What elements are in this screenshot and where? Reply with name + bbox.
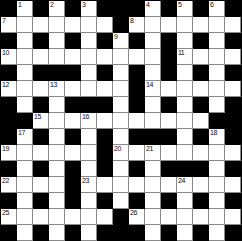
white-cell[interactable]: 7 <box>1 17 17 33</box>
white-cell[interactable] <box>177 113 193 129</box>
black-cell <box>145 129 161 145</box>
clue-number: 16 <box>82 113 89 121</box>
clue-number: 4 <box>146 1 149 9</box>
white-cell[interactable]: 20 <box>113 145 129 161</box>
white-cell[interactable] <box>49 225 65 241</box>
page: 1234567891011121314151617181920212223242… <box>0 0 242 241</box>
white-cell[interactable] <box>49 161 65 177</box>
black-cell <box>1 161 17 177</box>
black-cell <box>33 193 49 209</box>
white-cell[interactable] <box>49 177 65 193</box>
white-cell[interactable] <box>97 113 113 129</box>
white-cell[interactable] <box>49 49 65 65</box>
black-cell <box>113 1 129 17</box>
black-cell <box>97 145 113 161</box>
clue-number: 24 <box>178 177 185 185</box>
black-cell <box>193 161 209 177</box>
white-cell[interactable] <box>225 49 241 65</box>
clue-number: 26 <box>130 209 137 217</box>
white-cell[interactable] <box>97 81 113 97</box>
white-cell[interactable] <box>17 65 33 81</box>
black-cell <box>193 193 209 209</box>
black-cell <box>193 97 209 113</box>
white-cell[interactable]: 26 <box>129 209 145 225</box>
white-cell[interactable]: 11 <box>177 49 193 65</box>
white-cell[interactable] <box>193 17 209 33</box>
white-cell[interactable] <box>177 209 193 225</box>
black-cell <box>97 161 113 177</box>
clue-number: 22 <box>2 177 9 185</box>
white-cell[interactable] <box>193 145 209 161</box>
white-cell[interactable] <box>33 209 49 225</box>
black-cell <box>49 65 65 81</box>
white-cell[interactable] <box>81 145 97 161</box>
white-cell[interactable] <box>209 97 225 113</box>
black-cell <box>1 193 17 209</box>
black-cell <box>1 225 17 241</box>
black-cell <box>65 97 81 113</box>
white-cell[interactable] <box>81 225 97 241</box>
black-cell <box>177 161 193 177</box>
white-cell[interactable] <box>81 49 97 65</box>
black-cell <box>225 161 241 177</box>
clue-number: 2 <box>50 1 53 9</box>
black-cell <box>1 97 17 113</box>
white-cell[interactable] <box>33 145 49 161</box>
white-cell[interactable] <box>33 49 49 65</box>
white-cell[interactable] <box>113 161 129 177</box>
white-cell[interactable] <box>161 145 177 161</box>
clue-number: 7 <box>2 17 5 25</box>
white-cell[interactable] <box>97 49 113 65</box>
black-cell <box>97 65 113 81</box>
white-cell[interactable] <box>17 209 33 225</box>
white-cell[interactable] <box>97 17 113 33</box>
clue-number: 25 <box>2 209 9 217</box>
white-cell[interactable] <box>49 33 65 49</box>
white-cell[interactable] <box>209 161 225 177</box>
black-cell <box>209 113 225 129</box>
black-cell <box>33 1 49 17</box>
black-cell <box>161 65 177 81</box>
white-cell[interactable] <box>17 97 33 113</box>
white-cell[interactable]: 9 <box>113 33 129 49</box>
white-cell[interactable] <box>113 97 129 113</box>
white-cell[interactable] <box>129 145 145 161</box>
white-cell[interactable] <box>17 161 33 177</box>
white-cell[interactable] <box>65 49 81 65</box>
white-cell[interactable]: 5 <box>177 1 193 17</box>
white-cell[interactable] <box>49 209 65 225</box>
black-cell <box>97 225 113 241</box>
white-cell[interactable] <box>225 209 241 225</box>
white-cell[interactable] <box>49 129 65 145</box>
white-cell[interactable] <box>17 177 33 193</box>
white-cell[interactable] <box>209 33 225 49</box>
white-cell[interactable] <box>161 177 177 193</box>
white-cell[interactable] <box>81 65 97 81</box>
black-cell <box>161 97 177 113</box>
white-cell[interactable] <box>33 81 49 97</box>
white-cell[interactable] <box>49 145 65 161</box>
white-cell[interactable]: 3 <box>81 1 97 17</box>
white-cell[interactable] <box>65 209 81 225</box>
white-cell[interactable] <box>49 113 65 129</box>
white-cell[interactable]: 12 <box>1 81 17 97</box>
white-cell[interactable] <box>81 161 97 177</box>
black-cell <box>161 193 177 209</box>
white-cell[interactable] <box>113 81 129 97</box>
clue-number: 10 <box>2 49 9 57</box>
black-cell <box>129 161 145 177</box>
white-cell[interactable] <box>33 17 49 33</box>
white-cell[interactable] <box>129 113 145 129</box>
black-cell <box>65 225 81 241</box>
white-cell[interactable] <box>209 225 225 241</box>
white-cell[interactable] <box>113 193 129 209</box>
black-cell <box>193 129 209 145</box>
black-cell <box>33 97 49 113</box>
black-cell <box>65 33 81 49</box>
black-cell <box>129 65 145 81</box>
white-cell[interactable]: 2 <box>49 1 65 17</box>
white-cell[interactable] <box>193 177 209 193</box>
black-cell <box>225 225 241 241</box>
black-cell <box>129 129 145 145</box>
white-cell[interactable] <box>193 113 209 129</box>
black-cell <box>225 97 241 113</box>
white-cell[interactable] <box>177 225 193 241</box>
white-cell[interactable] <box>209 209 225 225</box>
black-cell <box>129 97 145 113</box>
white-cell[interactable] <box>65 145 81 161</box>
clue-number: 17 <box>18 129 25 137</box>
white-cell[interactable] <box>209 145 225 161</box>
black-cell <box>193 33 209 49</box>
white-cell[interactable]: 22 <box>1 177 17 193</box>
white-cell[interactable] <box>17 145 33 161</box>
white-cell[interactable] <box>17 49 33 65</box>
black-cell <box>161 161 177 177</box>
white-cell[interactable] <box>81 81 97 97</box>
black-cell <box>161 1 177 17</box>
white-cell[interactable] <box>17 33 33 49</box>
white-cell[interactable] <box>193 81 209 97</box>
white-cell[interactable] <box>81 209 97 225</box>
clue-number: 5 <box>178 1 181 9</box>
white-cell[interactable] <box>145 33 161 49</box>
clue-number: 11 <box>178 49 184 57</box>
white-cell[interactable] <box>145 49 161 65</box>
black-cell <box>65 161 81 177</box>
white-cell[interactable] <box>161 17 177 33</box>
white-cell[interactable] <box>193 209 209 225</box>
white-cell[interactable]: 1 <box>17 1 33 17</box>
white-cell[interactable] <box>209 49 225 65</box>
black-cell <box>113 17 129 33</box>
white-cell[interactable] <box>113 113 129 129</box>
black-cell <box>225 33 241 49</box>
white-cell[interactable] <box>145 193 161 209</box>
white-cell[interactable]: 13 <box>49 81 65 97</box>
black-cell <box>113 225 129 241</box>
black-cell <box>161 33 177 49</box>
black-cell <box>161 49 177 65</box>
white-cell[interactable]: 16 <box>81 113 97 129</box>
white-cell[interactable] <box>81 193 97 209</box>
black-cell <box>1 129 17 145</box>
clue-number: 12 <box>2 81 9 89</box>
white-cell[interactable] <box>65 113 81 129</box>
black-cell <box>33 161 49 177</box>
white-cell[interactable] <box>145 17 161 33</box>
black-cell <box>65 1 81 17</box>
white-cell[interactable] <box>145 65 161 81</box>
black-cell <box>129 225 145 241</box>
white-cell[interactable] <box>97 177 113 193</box>
white-cell[interactable] <box>161 113 177 129</box>
clue-number: 1 <box>18 1 21 9</box>
black-cell <box>129 193 145 209</box>
black-cell <box>193 225 209 241</box>
black-cell <box>193 1 209 17</box>
white-cell[interactable] <box>161 81 177 97</box>
clue-number: 20 <box>114 145 121 153</box>
clue-number: 8 <box>130 17 133 25</box>
white-cell[interactable] <box>177 65 193 81</box>
white-cell[interactable]: 14 <box>145 81 161 97</box>
clue-number: 23 <box>82 177 89 185</box>
white-cell[interactable] <box>177 145 193 161</box>
white-cell[interactable] <box>113 49 129 65</box>
clue-number: 19 <box>2 145 9 153</box>
black-cell <box>225 129 241 145</box>
white-cell[interactable]: 25 <box>1 209 17 225</box>
white-cell[interactable]: 19 <box>1 145 17 161</box>
white-cell[interactable] <box>17 193 33 209</box>
white-cell[interactable] <box>225 145 241 161</box>
black-cell <box>113 209 129 225</box>
white-cell[interactable] <box>177 193 193 209</box>
clue-number: 15 <box>34 113 41 121</box>
white-cell[interactable] <box>145 161 161 177</box>
white-cell[interactable] <box>145 97 161 113</box>
white-cell[interactable] <box>17 17 33 33</box>
black-cell <box>225 193 241 209</box>
black-cell <box>97 193 113 209</box>
clue-number: 6 <box>210 1 213 9</box>
black-cell <box>97 33 113 49</box>
white-cell[interactable]: 24 <box>177 177 193 193</box>
black-cell <box>129 81 145 97</box>
black-cell <box>1 113 17 129</box>
white-cell[interactable] <box>113 129 129 145</box>
black-cell <box>65 65 81 81</box>
white-cell[interactable] <box>225 81 241 97</box>
white-cell[interactable]: 17 <box>17 129 33 145</box>
white-cell[interactable] <box>49 17 65 33</box>
clue-number: 3 <box>82 1 85 9</box>
black-cell <box>33 225 49 241</box>
white-cell[interactable] <box>81 17 97 33</box>
white-cell[interactable] <box>129 177 145 193</box>
black-cell <box>129 33 145 49</box>
white-cell[interactable] <box>129 49 145 65</box>
white-cell[interactable] <box>145 113 161 129</box>
black-cell <box>65 193 81 209</box>
clue-number: 21 <box>146 145 153 153</box>
black-cell <box>225 1 241 17</box>
white-cell[interactable] <box>209 65 225 81</box>
black-cell <box>33 129 49 145</box>
white-cell[interactable] <box>49 97 65 113</box>
white-cell[interactable] <box>81 33 97 49</box>
white-cell[interactable]: 8 <box>129 17 145 33</box>
black-cell <box>1 65 17 81</box>
white-cell[interactable] <box>193 49 209 65</box>
black-cell <box>33 33 49 49</box>
clue-number: 18 <box>210 129 217 137</box>
black-cell <box>33 65 49 81</box>
clue-number: 13 <box>50 81 57 89</box>
black-cell <box>65 129 81 145</box>
white-cell[interactable]: 10 <box>1 49 17 65</box>
black-cell <box>1 1 17 17</box>
black-cell <box>97 129 113 145</box>
clue-number: 14 <box>146 81 153 89</box>
white-cell[interactable] <box>17 81 33 97</box>
black-cell <box>1 33 17 49</box>
white-cell[interactable] <box>225 177 241 193</box>
white-cell[interactable]: 21 <box>145 145 161 161</box>
white-cell[interactable] <box>209 193 225 209</box>
crossword-grid: 1234567891011121314151617181920212223242… <box>0 0 242 241</box>
black-cell <box>65 177 81 193</box>
black-cell <box>17 113 33 129</box>
white-cell[interactable]: 6 <box>209 1 225 17</box>
white-cell[interactable] <box>209 17 225 33</box>
white-cell[interactable] <box>145 209 161 225</box>
black-cell <box>97 97 113 113</box>
white-cell[interactable]: 18 <box>209 129 225 145</box>
white-cell[interactable] <box>177 81 193 97</box>
white-cell[interactable] <box>177 33 193 49</box>
black-cell <box>161 225 177 241</box>
white-cell[interactable] <box>65 81 81 97</box>
white-cell[interactable] <box>177 97 193 113</box>
white-cell[interactable] <box>225 17 241 33</box>
white-cell[interactable] <box>113 65 129 81</box>
black-cell <box>225 113 241 129</box>
black-cell <box>225 65 241 81</box>
white-cell[interactable]: 4 <box>145 1 161 17</box>
white-cell[interactable]: 23 <box>81 177 97 193</box>
white-cell[interactable] <box>145 225 161 241</box>
white-cell[interactable] <box>113 177 129 193</box>
black-cell <box>193 65 209 81</box>
black-cell <box>97 1 113 17</box>
white-cell[interactable] <box>33 177 49 193</box>
white-cell[interactable] <box>65 17 81 33</box>
black-cell <box>129 1 145 17</box>
white-cell[interactable] <box>161 209 177 225</box>
white-cell[interactable] <box>81 129 97 145</box>
white-cell[interactable] <box>97 209 113 225</box>
clue-number: 9 <box>114 33 117 41</box>
white-cell[interactable]: 15 <box>33 113 49 129</box>
white-cell[interactable] <box>49 193 65 209</box>
black-cell <box>161 129 177 145</box>
white-cell[interactable] <box>177 17 193 33</box>
white-cell[interactable] <box>177 129 193 145</box>
white-cell[interactable] <box>209 81 225 97</box>
white-cell[interactable] <box>209 177 225 193</box>
white-cell[interactable] <box>17 225 33 241</box>
white-cell[interactable] <box>145 177 161 193</box>
black-cell <box>81 97 97 113</box>
